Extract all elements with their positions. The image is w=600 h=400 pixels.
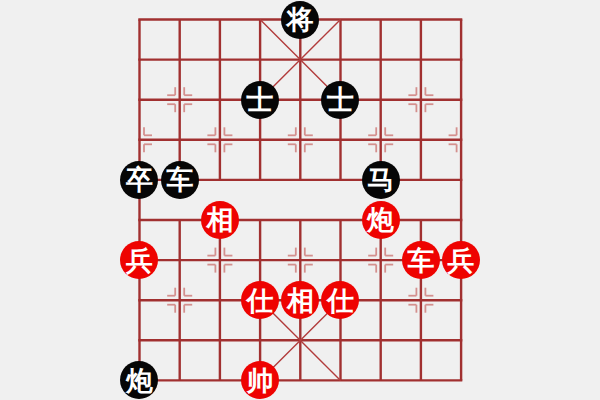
piece-glyph: 卒 [126, 167, 153, 194]
piece-glyph: 仕 [327, 288, 354, 315]
xiangqi-app: 将士士卒车马炮相炮兵车兵仕相仕帅 [0, 0, 600, 400]
piece-glyph: 将 [287, 7, 314, 34]
piece-red-elephant-left[interactable]: 相 [201, 201, 239, 239]
piece-glyph: 士 [327, 87, 354, 114]
piece-black-general[interactable]: 将 [281, 1, 319, 39]
piece-black-horse[interactable]: 马 [362, 161, 400, 199]
piece-black-advisor-left[interactable]: 士 [241, 81, 279, 119]
piece-glyph: 相 [206, 207, 233, 234]
piece-red-advisor-right[interactable]: 仕 [321, 281, 359, 319]
piece-red-soldier-right[interactable]: 兵 [442, 241, 480, 279]
piece-red-chariot[interactable]: 车 [402, 241, 440, 279]
piece-red-soldier-left[interactable]: 兵 [120, 241, 158, 279]
piece-black-chariot[interactable]: 车 [161, 161, 199, 199]
piece-glyph: 士 [247, 87, 274, 114]
piece-glyph: 车 [166, 167, 193, 194]
piece-glyph: 兵 [126, 248, 153, 275]
piece-black-soldier[interactable]: 卒 [120, 161, 158, 199]
piece-red-general[interactable]: 帅 [241, 361, 279, 399]
piece-red-cannon[interactable]: 炮 [362, 201, 400, 239]
piece-glyph: 兵 [447, 248, 474, 275]
piece-red-advisor-left[interactable]: 仕 [241, 281, 279, 319]
xiangqi-piece-layer[interactable]: 将士士卒车马炮相炮兵车兵仕相仕帅 [119, 0, 481, 400]
piece-glyph: 炮 [126, 368, 153, 395]
piece-black-cannon[interactable]: 炮 [120, 361, 158, 399]
piece-black-advisor-right[interactable]: 士 [321, 81, 359, 119]
piece-glyph: 马 [367, 167, 394, 194]
piece-glyph: 帅 [247, 368, 274, 395]
piece-glyph: 炮 [367, 207, 394, 234]
piece-glyph: 相 [287, 288, 314, 315]
piece-glyph: 仕 [247, 288, 274, 315]
piece-glyph: 车 [407, 248, 434, 275]
piece-red-elephant-right[interactable]: 相 [281, 281, 319, 319]
